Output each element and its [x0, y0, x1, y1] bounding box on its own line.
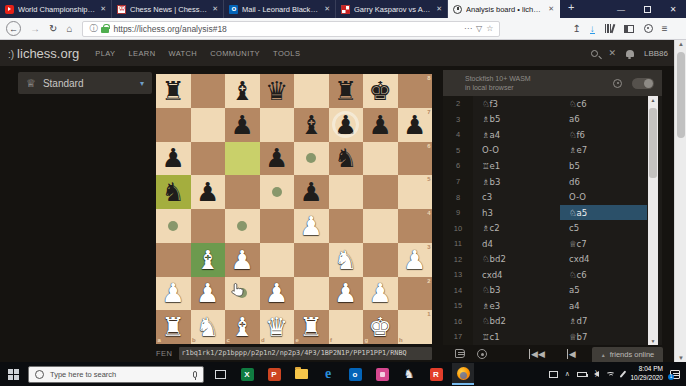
lichess-logo-text: lichess.org [17, 46, 79, 61]
square-a5[interactable]: ♞ [156, 175, 191, 209]
move-dest-dot-a4[interactable] [168, 221, 178, 231]
white-pawn-g2[interactable]: ♟ [363, 277, 398, 311]
black-move-3[interactable]: a6 [560, 112, 647, 128]
first-move-button[interactable]: ◀◀ [529, 349, 545, 359]
page-scrollbar[interactable]: ▲ ▼ [674, 40, 686, 362]
move-number: 9 [443, 205, 473, 221]
square-f6[interactable]: ♞ [329, 142, 364, 176]
nav-play[interactable]: PLAY [95, 49, 115, 58]
rank-label: 4 [427, 210, 430, 216]
black-move-14[interactable]: a5 [560, 283, 647, 299]
pink-app-icon [376, 368, 389, 381]
square-g5[interactable] [363, 175, 398, 209]
square-b5[interactable]: ♟ [191, 175, 226, 209]
browser-toolbar: ← → ↻ ⌂ ⓘ https://lichess.org/analysis#1… [0, 18, 686, 40]
nav-watch[interactable]: WATCH [169, 49, 198, 58]
black-move-12[interactable]: cxd4 [560, 251, 647, 267]
reload-button[interactable]: ↻ [49, 23, 57, 34]
engine-panel: Stockfish 10+ WASM in local browser [443, 70, 662, 96]
square-c5[interactable] [225, 175, 260, 209]
white-move-8[interactable]: c3 [473, 189, 560, 205]
white-pawn-c3[interactable]: ♟ [225, 243, 260, 277]
move-number: 17 [443, 329, 473, 345]
practice-icon[interactable] [477, 349, 487, 359]
black-move-15[interactable]: a4 [560, 298, 647, 314]
tab-youtube[interactable]: World Championship Tactics ✕ [0, 0, 112, 18]
file-explorer-button[interactable] [290, 363, 312, 385]
square-g3[interactable] [363, 243, 398, 277]
lichess-page: :) lichess.org PLAY LEARN WATCH COMMUNIT… [0, 40, 686, 362]
tab-title: Garry Kasparov vs Anatoly K [354, 5, 432, 14]
move-list[interactable]: 2♘f3♘c63♗b5a64♗a4♘f65O-O♗e76♖e1b57♗b3d68… [443, 96, 662, 345]
rank-label: 6 [427, 143, 430, 149]
black-pawn-g7[interactable]: ♟ [363, 108, 398, 142]
microphone-icon[interactable] [193, 371, 197, 378]
move-number: 11 [443, 236, 473, 252]
black-move-9[interactable]: ♘a5 [560, 205, 647, 221]
black-move-16[interactable]: ♗d7 [560, 314, 647, 330]
previous-move-button[interactable]: ◀ [567, 349, 576, 359]
white-pawn-d2[interactable]: ♟ [260, 277, 295, 311]
tab-title: World Championship Tactics [18, 5, 96, 14]
fen-label: FEN [156, 349, 173, 358]
search-icon[interactable] [591, 50, 598, 57]
rank-label: 1 [427, 311, 430, 317]
lichess-logo-mark: :) [8, 49, 14, 60]
move-row-5: 5O-O♗e7 [443, 143, 662, 159]
move-row-9: 9h3♘a5 [443, 205, 662, 221]
square-h5[interactable]: 5 [398, 175, 433, 209]
square-e1[interactable]: ♜e [294, 310, 329, 344]
windows-taskbar: Type here to search X P e o ♞ R ∧ 8:04 P… [0, 362, 686, 386]
move-list-scrollbar[interactable]: ▲ ▼ [648, 96, 658, 345]
file-label: h [399, 337, 403, 343]
chevron-up-icon: ▲ [601, 352, 606, 358]
square-h4[interactable]: 4 [398, 209, 433, 243]
mouse-cursor-hand [231, 283, 244, 298]
rank-label: 8 [427, 75, 430, 81]
rank-label: 5 [427, 176, 430, 182]
square-h8[interactable]: 8 [398, 74, 433, 108]
engine-toggle[interactable] [632, 78, 654, 89]
black-pawn-a6[interactable]: ♟ [156, 142, 191, 176]
scroll-up-icon[interactable]: ▲ [648, 97, 658, 103]
white-move-14[interactable]: ♘b3 [473, 283, 560, 299]
move-row-11: 11d4♕c7 [443, 236, 662, 252]
taskbar-clock[interactable]: 8:04 PM 10/29/2020 [630, 365, 663, 383]
url-bar[interactable]: ⓘ https://lichess.org/analysis#18 ⋯ ▽ ☆ [82, 21, 500, 37]
white-pawn-b2[interactable]: ♟ [191, 277, 226, 311]
system-tray: ∧ 8:04 PM 10/29/2020 1 [549, 365, 680, 383]
square-a1[interactable]: ♜a [156, 310, 191, 344]
powerpoint-button[interactable]: P [263, 363, 285, 385]
r-app-icon: R [430, 368, 443, 381]
move-number: 16 [443, 314, 473, 330]
move-dest-dot-e6[interactable] [306, 153, 316, 163]
notifications-bell-icon[interactable] [626, 50, 634, 57]
black-move-2[interactable]: ♘c6 [560, 96, 647, 112]
tab-close-icon[interactable]: ✕ [212, 5, 218, 13]
menu-icon[interactable]: ≡ [662, 23, 668, 34]
white-move-13[interactable]: cxd4 [473, 267, 560, 283]
tab-chessgames[interactable]: Garry Kasparov vs Anatoly K ✕ [336, 0, 448, 18]
move-row-8: 8c3O-O [443, 189, 662, 205]
restore-button[interactable] [634, 0, 660, 18]
white-pawn-e4[interactable]: ♟ [294, 209, 329, 243]
engine-line2: in local browser [465, 83, 531, 92]
opening-explorer-icon[interactable] [455, 349, 465, 358]
square-c8[interactable]: ♝ [225, 74, 260, 108]
scrollbar-thumb[interactable] [649, 108, 657, 178]
move-row-17: 17♖c1♕b7 [443, 329, 662, 345]
square-d1[interactable]: ♛d [260, 310, 295, 344]
move-row-10: 10♗c2c5 [443, 220, 662, 236]
white-move-12[interactable]: ♘bd2 [473, 251, 560, 267]
black-move-6[interactable]: b5 [560, 158, 647, 174]
move-row-2: 2♘f3♘c6 [443, 96, 662, 112]
clock-date: 10/29/2020 [630, 374, 663, 383]
square-b6[interactable] [191, 142, 226, 176]
square-b3[interactable]: ♝ [191, 243, 226, 277]
move-row-14: 14♘b3a5 [443, 283, 662, 299]
back-button[interactable]: ← [6, 21, 21, 36]
square-e4[interactable]: ♟ [294, 209, 329, 243]
square-e7[interactable]: ♝ [294, 108, 329, 142]
black-pawn-b5[interactable]: ♟ [191, 175, 226, 209]
white-move-10[interactable]: ♗c2 [473, 220, 560, 236]
white-bishop-c1[interactable]: ♝ [225, 310, 260, 344]
square-f8[interactable]: ♜ [329, 74, 364, 108]
black-king-g8[interactable]: ♚ [363, 74, 398, 108]
screen: World Championship Tactics ✕ Chess News … [0, 0, 686, 386]
excel-button[interactable]: X [236, 363, 258, 385]
square-c7[interactable]: ♟ [225, 108, 260, 142]
lichess-logo[interactable]: :) lichess.org [8, 46, 79, 61]
square-a7[interactable] [156, 108, 191, 142]
square-e6[interactable] [294, 142, 329, 176]
account-icon[interactable] [644, 24, 653, 33]
move-number: 10 [443, 220, 473, 236]
powerpoint-icon: P [268, 368, 281, 381]
action-center-icon[interactable]: 1 [670, 370, 680, 379]
square-f1[interactable]: f [329, 310, 364, 344]
search-placeholder: Type here to search [50, 370, 116, 379]
square-a6[interactable]: ♟ [156, 142, 191, 176]
youtube-icon [5, 5, 14, 14]
square-d6[interactable]: ♟ [260, 142, 295, 176]
crown-icon: ♕ [26, 77, 36, 90]
black-move-13[interactable]: ♘c6 [560, 267, 647, 283]
browser-tab-bar: World Championship Tactics ✕ Chess News … [0, 0, 686, 18]
variant-label: Standard [43, 78, 84, 89]
square-b7[interactable] [191, 108, 226, 142]
white-move-9[interactable]: h3 [473, 205, 560, 221]
taskbar-search[interactable]: Type here to search [28, 366, 204, 383]
tab-close-icon[interactable]: ✕ [324, 5, 330, 13]
tab-title: Analysis board • lichess.org [466, 5, 544, 14]
battery-icon[interactable] [577, 372, 587, 377]
move-row-4: 4♗a4♘f6 [443, 127, 662, 143]
move-number: 4 [443, 127, 473, 143]
move-dest-dot-c4[interactable] [237, 221, 247, 231]
square-d7[interactable] [260, 108, 295, 142]
page-scroll-up-icon[interactable]: ▲ [675, 41, 686, 47]
move-row-6: 6♖e1b5 [443, 158, 662, 174]
square-g4[interactable] [363, 209, 398, 243]
black-bishop-e7[interactable]: ♝ [294, 108, 329, 142]
black-move-5[interactable]: ♗e7 [560, 143, 647, 159]
toggle-knob [644, 79, 653, 88]
black-move-17[interactable]: ♕b7 [560, 329, 647, 345]
white-move-5[interactable]: O-O [473, 143, 560, 159]
move-row-3: 3♗b5a6 [443, 112, 662, 128]
square-a2[interactable]: ♟ [156, 277, 191, 311]
move-number: 6 [443, 158, 473, 174]
outlook-app-icon: o [349, 368, 362, 381]
firefox-button-active[interactable] [452, 363, 474, 385]
square-b8[interactable] [191, 74, 226, 108]
pen-icon[interactable] [620, 370, 626, 377]
black-pawn-e5[interactable]: ♟ [294, 175, 329, 209]
square-e5[interactable]: ♟ [294, 175, 329, 209]
square-d8[interactable]: ♛ [260, 74, 295, 108]
task-view-icon [215, 370, 226, 379]
square-e3[interactable] [294, 243, 329, 277]
bookmark-star-icon[interactable]: ☆ [486, 24, 493, 33]
black-pawn-d6[interactable]: ♟ [260, 142, 295, 176]
square-f4[interactable] [329, 209, 364, 243]
black-rook-a8[interactable]: ♜ [156, 74, 191, 108]
share-icon[interactable]: ↥ [572, 23, 580, 34]
square-h1[interactable]: 1h [398, 310, 433, 344]
firefox-icon [457, 367, 470, 380]
square-g8[interactable]: ♚ [363, 74, 398, 108]
file-label: g [365, 337, 369, 343]
minimize-button[interactable]: — [608, 0, 634, 18]
square-g7[interactable]: ♟ [363, 108, 398, 142]
downloads-icon[interactable]: ↓ [590, 24, 595, 34]
white-rook-e1[interactable]: ♜ [294, 310, 329, 344]
square-h2[interactable]: 2 [398, 277, 433, 311]
rank-label: 7 [427, 109, 430, 115]
page-scroll-down-icon[interactable]: ▼ [675, 355, 686, 361]
white-move-16[interactable]: ♘bd2 [473, 314, 560, 330]
nav-tools[interactable]: TOOLS [273, 49, 300, 58]
lichess-icon [453, 5, 462, 14]
black-move-4[interactable]: ♘f6 [560, 127, 647, 143]
square-a8[interactable]: ♜ [156, 74, 191, 108]
edge-icon: e [325, 366, 331, 382]
tray-app-icon[interactable] [549, 371, 558, 378]
square-d4[interactable] [260, 209, 295, 243]
white-rook-a1[interactable]: ♜ [156, 310, 191, 344]
friends-online-bar[interactable]: ▲ friends online [592, 347, 663, 362]
move-number: 7 [443, 174, 473, 190]
square-h3[interactable]: ♟3 [398, 243, 433, 277]
photos-button[interactable] [371, 363, 393, 385]
square-b2[interactable]: ♟ [191, 277, 226, 311]
white-pawn-f2[interactable]: ♟ [329, 277, 364, 311]
square-h7[interactable]: ♟7 [398, 108, 433, 142]
white-move-17[interactable]: ♖c1 [473, 329, 560, 345]
rank-label: 3 [427, 244, 430, 250]
white-move-3[interactable]: ♗b5 [473, 112, 560, 128]
hidden-icons-chevron[interactable]: ∧ [565, 370, 570, 378]
chessbase-icon [117, 5, 126, 14]
page-scrollbar-thumb[interactable] [677, 52, 685, 138]
tab-mail[interactable]: Mail - Leonard Blackburn - O ✕ [224, 0, 336, 18]
new-tab-button[interactable]: + [560, 0, 582, 18]
engine-settings-icon[interactable] [613, 79, 622, 88]
white-move-4[interactable]: ♗a4 [473, 127, 560, 143]
square-f2[interactable]: ♟ [329, 277, 364, 311]
close-button[interactable]: ✕ [660, 0, 686, 18]
square-b1[interactable]: ♞b [191, 310, 226, 344]
black-move-7[interactable]: d6 [560, 174, 647, 190]
url-text[interactable]: https://lichess.org/analysis#18 [113, 24, 460, 34]
square-d2[interactable]: ♟ [260, 277, 295, 311]
square-c1[interactable]: ♝c [225, 310, 260, 344]
tab-close-icon[interactable]: ✕ [100, 5, 106, 13]
square-h6[interactable]: 6 [398, 142, 433, 176]
pocket-icon[interactable]: ▽ [476, 24, 482, 33]
file-label: c [227, 337, 230, 343]
edge-button[interactable]: e [317, 363, 339, 385]
move-number: 15 [443, 298, 473, 314]
clock-time: 8:04 PM [630, 365, 663, 374]
fen-input[interactable]: r1bq1rk1/2p1bppp/p2p1n2/np2p3/4P3/1BP2N1… [179, 347, 433, 360]
black-knight-f6[interactable]: ♞ [329, 142, 364, 176]
r-app-button[interactable]: R [425, 363, 447, 385]
move-number: 13 [443, 267, 473, 283]
folder-icon [295, 369, 308, 379]
excel-icon: X [241, 368, 254, 381]
task-view-button[interactable] [209, 363, 231, 385]
scroll-down-icon[interactable]: ▼ [648, 338, 658, 344]
move-row-12: 12♘bd2cxd4 [443, 251, 662, 267]
white-knight-f3[interactable]: ♞ [329, 243, 364, 277]
square-e2[interactable] [294, 277, 329, 311]
square-f5[interactable] [329, 175, 364, 209]
file-label: b [192, 337, 196, 343]
tab-close-icon[interactable]: ✕ [548, 5, 554, 13]
challenges-icon[interactable]: ✕ [608, 48, 616, 58]
move-number: 2 [443, 96, 473, 112]
tab-close-icon[interactable]: ✕ [436, 5, 442, 13]
friends-online-label: friends online [610, 350, 655, 359]
black-move-10[interactable]: c5 [560, 220, 647, 236]
outlook-button[interactable]: o [344, 363, 366, 385]
black-move-8[interactable]: O-O [560, 189, 647, 205]
file-label: d [261, 337, 265, 343]
outlook-icon [229, 5, 238, 14]
file-label: f [330, 337, 332, 343]
notification-badge: 1 [668, 374, 674, 380]
library-icon[interactable] [605, 24, 614, 33]
white-move-2[interactable]: ♘f3 [473, 96, 560, 112]
white-move-11[interactable]: d4 [473, 236, 560, 252]
square-b4[interactable] [191, 209, 226, 243]
chess-app-button[interactable]: ♞ [398, 363, 420, 385]
cortana-icon [35, 370, 44, 379]
move-number: 3 [443, 112, 473, 128]
black-queen-d8[interactable]: ♛ [260, 74, 295, 108]
variant-select[interactable]: ♕ Standard ▾ [18, 72, 152, 94]
square-f3[interactable]: ♞ [329, 243, 364, 277]
tab-title: Mail - Leonard Blackburn - O [242, 5, 320, 14]
chevron-down-icon: ▾ [140, 79, 144, 88]
move-dest-dot-d5[interactable] [272, 187, 282, 197]
start-button[interactable] [8, 369, 19, 380]
square-a4[interactable] [156, 209, 191, 243]
square-g2[interactable]: ♟ [363, 277, 398, 311]
move-number: 5 [443, 143, 473, 159]
black-rook-f8[interactable]: ♜ [329, 74, 364, 108]
move-number: 14 [443, 283, 473, 299]
square-f7[interactable]: ♟ [329, 108, 364, 142]
square-a3[interactable] [156, 243, 191, 277]
tab-title: Chess News | ChessBase [130, 5, 208, 14]
square-c6[interactable] [225, 142, 260, 176]
square-c4[interactable] [225, 209, 260, 243]
chess-board[interactable]: ♜♝♛♜♚8♟♝♟♟♟7♟♟♞6♞♟♟5♟4♝♟♞♟3♟♟♟♟♟2♜a♞b♝c♛… [156, 74, 432, 344]
black-move-11[interactable]: ♕c7 [560, 236, 647, 252]
sidebar-icon[interactable] [624, 25, 634, 33]
white-king-g1[interactable]: ♚ [363, 310, 398, 344]
square-g6[interactable] [363, 142, 398, 176]
move-row-7: 7♗b3d6 [443, 174, 662, 190]
forward-button[interactable]: → [30, 23, 40, 34]
speaker-icon[interactable] [594, 371, 599, 377]
engine-line1: Stockfish 10+ WASM [465, 74, 531, 83]
move-row-15: 15♗e3a4 [443, 298, 662, 314]
nav-community[interactable]: COMMUNITY [210, 49, 260, 58]
file-label: e [296, 337, 299, 343]
square-d5[interactable] [260, 175, 295, 209]
move-number: 8 [443, 189, 473, 205]
tab-chessbase[interactable]: Chess News | ChessBase ✕ [112, 0, 224, 18]
site-info-icon[interactable]: ⓘ [89, 23, 97, 34]
white-bishop-b3[interactable]: ♝ [191, 243, 226, 277]
nav-learn[interactable]: LEARN [128, 49, 155, 58]
black-bishop-c8[interactable]: ♝ [225, 74, 260, 108]
https-lock-icon [101, 27, 109, 33]
page-actions-icon[interactable]: ⋯ [464, 24, 472, 33]
chessgames-icon [341, 5, 350, 14]
square-g1[interactable]: ♚g [363, 310, 398, 344]
white-move-15[interactable]: ♗e3 [473, 298, 560, 314]
main-nav: PLAY LEARN WATCH COMMUNITY TOOLS [95, 49, 300, 58]
window-controls: — ✕ [608, 0, 686, 18]
square-e8[interactable] [294, 74, 329, 108]
file-label: a [158, 337, 161, 343]
engine-name: Stockfish 10+ WASM in local browser [465, 74, 531, 93]
restore-icon [644, 6, 651, 13]
white-move-7[interactable]: ♗b3 [473, 174, 560, 190]
move-row-16: 16♘bd2♗d7 [443, 314, 662, 330]
username[interactable]: LBB86 [644, 49, 668, 58]
white-pawn-a2[interactable]: ♟ [156, 277, 191, 311]
black-pawn-c7[interactable]: ♟ [225, 108, 260, 142]
white-move-6[interactable]: ♖e1 [473, 158, 560, 174]
tab-lichess-active[interactable]: Analysis board • lichess.org ✕ [448, 0, 560, 18]
black-knight-a5[interactable]: ♞ [156, 175, 191, 209]
square-c3[interactable]: ♟ [225, 243, 260, 277]
home-button[interactable]: ⌂ [66, 23, 72, 34]
knight-icon: ♞ [404, 367, 415, 381]
square-d3[interactable] [260, 243, 295, 277]
network-icon[interactable] [606, 372, 615, 377]
